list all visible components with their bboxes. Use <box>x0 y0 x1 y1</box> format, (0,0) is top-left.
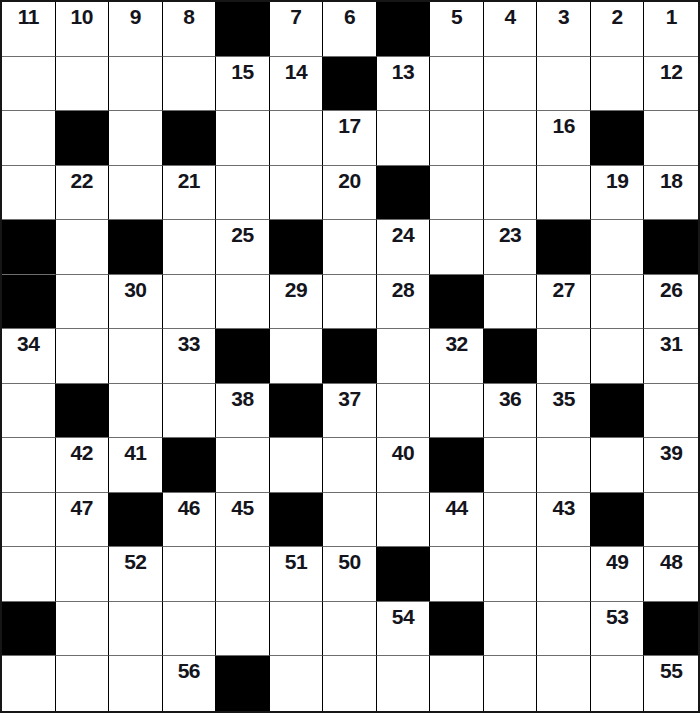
cell-r13-c1[interactable] <box>2 656 56 711</box>
cell-r6-c1-block <box>2 275 56 330</box>
cell-r3-c11[interactable]: 16 <box>537 111 591 166</box>
clue-number: 46 <box>178 493 200 518</box>
cell-r2-c2[interactable] <box>56 57 110 112</box>
cell-r12-c2[interactable] <box>56 602 110 657</box>
cell-r4-c4[interactable]: 21 <box>163 166 217 221</box>
cell-r10-c3-block <box>109 493 163 548</box>
clue-number: 15 <box>231 57 253 82</box>
cell-r12-c13-block <box>644 602 698 657</box>
cell-r5-c7[interactable] <box>323 220 377 275</box>
cell-r1-c6[interactable]: 7 <box>270 2 324 57</box>
cell-r9-c13[interactable]: 39 <box>644 438 698 493</box>
cell-r10-c2[interactable]: 47 <box>56 493 110 548</box>
cell-r1-c10[interactable]: 4 <box>484 2 538 57</box>
clue-number: 6 <box>344 2 355 27</box>
cell-r8-c1[interactable] <box>2 384 56 439</box>
cell-r12-c4[interactable] <box>163 602 217 657</box>
cell-r3-c10[interactable] <box>484 111 538 166</box>
cell-r12-c8[interactable]: 54 <box>377 602 431 657</box>
cell-r3-c3[interactable] <box>109 111 163 166</box>
cell-r13-c11[interactable] <box>537 656 591 711</box>
cell-r9-c9-block <box>430 438 484 493</box>
cell-r10-c11[interactable]: 43 <box>537 493 591 548</box>
clue-number: 20 <box>338 166 360 191</box>
cell-r6-c2[interactable] <box>56 275 110 330</box>
cell-r1-c2[interactable]: 10 <box>56 2 110 57</box>
cell-r9-c10[interactable] <box>484 438 538 493</box>
clue-number: 9 <box>130 2 141 27</box>
cell-r2-c5[interactable]: 15 <box>216 57 270 112</box>
clue-number: 14 <box>285 57 307 82</box>
clue-number: 54 <box>392 602 414 627</box>
clue-number: 41 <box>124 438 146 463</box>
cell-r4-c8-block <box>377 166 431 221</box>
clue-number: 40 <box>392 438 414 463</box>
cell-r9-c1[interactable] <box>2 438 56 493</box>
cell-r12-c12[interactable]: 53 <box>591 602 645 657</box>
cell-r11-c1[interactable] <box>2 547 56 602</box>
clue-number: 17 <box>338 111 360 136</box>
cell-r7-c3[interactable] <box>109 329 163 384</box>
cell-r2-c13[interactable]: 12 <box>644 57 698 112</box>
clue-number: 52 <box>124 547 146 572</box>
clue-number: 43 <box>552 493 574 518</box>
clue-number: 5 <box>451 2 462 27</box>
cell-r1-c12[interactable]: 2 <box>591 2 645 57</box>
clue-number: 2 <box>612 2 623 27</box>
cell-r10-c12-block <box>591 493 645 548</box>
clue-number: 42 <box>71 438 93 463</box>
cell-r4-c5[interactable] <box>216 166 270 221</box>
cell-r8-c8[interactable] <box>377 384 431 439</box>
cell-r10-c10[interactable] <box>484 493 538 548</box>
cell-r8-c13[interactable] <box>644 384 698 439</box>
cell-r13-c12[interactable] <box>591 656 645 711</box>
cell-r10-c13[interactable] <box>644 493 698 548</box>
clue-number: 38 <box>231 384 253 409</box>
cell-r11-c2[interactable] <box>56 547 110 602</box>
cell-r11-c7[interactable]: 50 <box>323 547 377 602</box>
cell-r12-c7[interactable] <box>323 602 377 657</box>
cell-r1-c7[interactable]: 6 <box>323 2 377 57</box>
cell-r12-c10[interactable] <box>484 602 538 657</box>
cell-r5-c2[interactable] <box>56 220 110 275</box>
cell-r13-c8[interactable] <box>377 656 431 711</box>
cell-r7-c2[interactable] <box>56 329 110 384</box>
clue-number: 36 <box>499 384 521 409</box>
cell-r2-c12[interactable] <box>591 57 645 112</box>
cell-r13-c13[interactable]: 55 <box>644 656 698 711</box>
cell-r11-c5[interactable] <box>216 547 270 602</box>
clue-number: 32 <box>445 329 467 354</box>
clue-number: 50 <box>338 547 360 572</box>
cell-r6-c3[interactable]: 30 <box>109 275 163 330</box>
cell-r12-c5[interactable] <box>216 602 270 657</box>
cell-r12-c11[interactable] <box>537 602 591 657</box>
clue-number: 26 <box>660 275 682 300</box>
cell-r3-c7[interactable]: 17 <box>323 111 377 166</box>
cell-r11-c9[interactable] <box>430 547 484 602</box>
clue-number: 19 <box>606 166 628 191</box>
clue-number: 21 <box>178 166 200 191</box>
cell-r11-c13[interactable]: 48 <box>644 547 698 602</box>
clue-number: 29 <box>285 275 307 300</box>
cell-r7-c12[interactable] <box>591 329 645 384</box>
cell-r11-c10[interactable] <box>484 547 538 602</box>
clue-number: 30 <box>124 275 146 300</box>
cell-r3-c4-block <box>163 111 217 166</box>
cell-r12-c6[interactable] <box>270 602 324 657</box>
cell-r9-c2[interactable]: 42 <box>56 438 110 493</box>
cell-r9-c4-block <box>163 438 217 493</box>
cell-r8-c9[interactable] <box>430 384 484 439</box>
cell-r8-c6-block <box>270 384 324 439</box>
cell-r7-c9[interactable]: 32 <box>430 329 484 384</box>
cell-r1-c11[interactable]: 3 <box>537 2 591 57</box>
clue-number: 11 <box>18 2 39 27</box>
cell-r6-c5[interactable] <box>216 275 270 330</box>
cell-r9-c11[interactable] <box>537 438 591 493</box>
cell-r5-c5[interactable]: 25 <box>216 220 270 275</box>
clue-number: 4 <box>505 2 516 27</box>
cell-r6-c4[interactable] <box>163 275 217 330</box>
cell-r2-c11[interactable] <box>537 57 591 112</box>
cell-r7-c13[interactable]: 31 <box>644 329 698 384</box>
clue-number: 48 <box>660 547 682 572</box>
clue-number: 10 <box>71 2 93 27</box>
cell-r7-c11[interactable] <box>537 329 591 384</box>
cell-r6-c13[interactable]: 26 <box>644 275 698 330</box>
clue-number: 56 <box>178 656 200 681</box>
clue-number: 3 <box>558 2 569 27</box>
cell-r4-c11[interactable] <box>537 166 591 221</box>
cell-r6-c9-block <box>430 275 484 330</box>
cell-r8-c11[interactable]: 35 <box>537 384 591 439</box>
cell-r10-c9[interactable]: 44 <box>430 493 484 548</box>
cell-r7-c4[interactable]: 33 <box>163 329 217 384</box>
clue-number: 33 <box>178 329 200 354</box>
cell-r2-c10[interactable] <box>484 57 538 112</box>
cell-r4-c13[interactable]: 18 <box>644 166 698 221</box>
cell-r5-c11-block <box>537 220 591 275</box>
cell-r7-c1[interactable]: 34 <box>2 329 56 384</box>
cell-r5-c1-block <box>2 220 56 275</box>
cell-r3-c6[interactable] <box>270 111 324 166</box>
cell-r9-c8[interactable]: 40 <box>377 438 431 493</box>
cell-r3-c9[interactable] <box>430 111 484 166</box>
cell-r1-c8-block <box>377 2 431 57</box>
clue-number: 37 <box>338 384 360 409</box>
clue-number: 31 <box>660 329 682 354</box>
clue-number: 23 <box>499 220 521 245</box>
cell-r10-c5[interactable]: 45 <box>216 493 270 548</box>
clue-number: 51 <box>285 547 307 572</box>
cell-r4-c10[interactable] <box>484 166 538 221</box>
cell-r10-c6-block <box>270 493 324 548</box>
cell-r10-c7[interactable] <box>323 493 377 548</box>
cell-r4-c1[interactable] <box>2 166 56 221</box>
cell-r11-c6[interactable]: 51 <box>270 547 324 602</box>
cell-r6-c12[interactable] <box>591 275 645 330</box>
clue-number: 1 <box>666 2 677 27</box>
cell-r4-c7[interactable]: 20 <box>323 166 377 221</box>
clue-number: 22 <box>71 166 93 191</box>
cell-r10-c1[interactable] <box>2 493 56 548</box>
cell-r3-c1[interactable] <box>2 111 56 166</box>
clue-number: 12 <box>660 57 682 82</box>
cell-r2-c1[interactable] <box>2 57 56 112</box>
cell-r5-c13-block <box>644 220 698 275</box>
cell-r7-c8[interactable] <box>377 329 431 384</box>
cell-r12-c1-block <box>2 602 56 657</box>
cell-r2-c8[interactable]: 13 <box>377 57 431 112</box>
cell-r1-c13[interactable]: 1 <box>644 2 698 57</box>
cell-r4-c6[interactable] <box>270 166 324 221</box>
cell-r7-c7-block <box>323 329 377 384</box>
cell-r13-c6[interactable] <box>270 656 324 711</box>
clue-number: 35 <box>552 384 574 409</box>
cell-r13-c5-block <box>216 656 270 711</box>
cell-r6-c6[interactable]: 29 <box>270 275 324 330</box>
clue-number: 53 <box>606 602 628 627</box>
cell-r8-c2-block <box>56 384 110 439</box>
cell-r9-c6[interactable] <box>270 438 324 493</box>
clue-number: 18 <box>660 166 682 191</box>
cell-r2-c4[interactable] <box>163 57 217 112</box>
cell-r13-c7[interactable] <box>323 656 377 711</box>
cell-r8-c3[interactable] <box>109 384 163 439</box>
cell-r6-c8[interactable]: 28 <box>377 275 431 330</box>
cell-r7-c5-block <box>216 329 270 384</box>
cell-r10-c4[interactable]: 46 <box>163 493 217 548</box>
cell-r6-c7[interactable] <box>323 275 377 330</box>
cell-r5-c6-block <box>270 220 324 275</box>
cell-r1-c1[interactable]: 11 <box>2 2 56 57</box>
cell-r11-c4[interactable] <box>163 547 217 602</box>
cell-r2-c7-block <box>323 57 377 112</box>
cell-r3-c8[interactable] <box>377 111 431 166</box>
cell-r11-c11[interactable] <box>537 547 591 602</box>
clue-number: 28 <box>392 275 414 300</box>
clue-number: 34 <box>17 329 39 354</box>
cell-r9-c7[interactable] <box>323 438 377 493</box>
cell-r13-c10[interactable] <box>484 656 538 711</box>
cell-r4-c3[interactable] <box>109 166 163 221</box>
cell-r9-c3[interactable]: 41 <box>109 438 163 493</box>
cell-r2-c9[interactable] <box>430 57 484 112</box>
cell-r13-c2[interactable] <box>56 656 110 711</box>
clue-number: 45 <box>231 493 253 518</box>
clue-number: 16 <box>552 111 574 136</box>
clue-number: 27 <box>552 275 574 300</box>
cell-r1-c4[interactable]: 8 <box>163 2 217 57</box>
cell-r5-c8[interactable]: 24 <box>377 220 431 275</box>
cell-r5-c4[interactable] <box>163 220 217 275</box>
clue-number: 55 <box>660 656 682 681</box>
cell-r10-c8[interactable] <box>377 493 431 548</box>
cell-r8-c7[interactable]: 37 <box>323 384 377 439</box>
cell-r2-c3[interactable] <box>109 57 163 112</box>
cell-r3-c13[interactable] <box>644 111 698 166</box>
cell-r1-c3[interactable]: 9 <box>109 2 163 57</box>
clue-number: 24 <box>392 220 414 245</box>
cell-r4-c12[interactable]: 19 <box>591 166 645 221</box>
cell-r1-c5-block <box>216 2 270 57</box>
cell-r3-c2-block <box>56 111 110 166</box>
cell-r6-c11[interactable]: 27 <box>537 275 591 330</box>
cell-r9-c12[interactable] <box>591 438 645 493</box>
crossword-board: 1110987654321151413121716222120191825242… <box>0 0 700 713</box>
cell-r5-c3-block <box>109 220 163 275</box>
clue-number: 8 <box>183 2 194 27</box>
cell-r4-c2[interactable]: 22 <box>56 166 110 221</box>
cell-r8-c5[interactable]: 38 <box>216 384 270 439</box>
cell-r5-c9[interactable] <box>430 220 484 275</box>
cell-r8-c12-block <box>591 384 645 439</box>
cell-r1-c9[interactable]: 5 <box>430 2 484 57</box>
cell-r7-c6[interactable] <box>270 329 324 384</box>
cell-r8-c4[interactable] <box>163 384 217 439</box>
clue-number: 49 <box>606 547 628 572</box>
cell-r2-c6[interactable]: 14 <box>270 57 324 112</box>
cell-r7-c10-block <box>484 329 538 384</box>
cell-r13-c9[interactable] <box>430 656 484 711</box>
cell-r13-c3[interactable] <box>109 656 163 711</box>
cell-r11-c12[interactable]: 49 <box>591 547 645 602</box>
cell-r5-c10[interactable]: 23 <box>484 220 538 275</box>
cell-r6-c10[interactable] <box>484 275 538 330</box>
cell-r5-c12[interactable] <box>591 220 645 275</box>
cell-r12-c3[interactable] <box>109 602 163 657</box>
cell-r4-c9[interactable] <box>430 166 484 221</box>
clue-number: 39 <box>660 438 682 463</box>
cell-r13-c4[interactable]: 56 <box>163 656 217 711</box>
cell-r8-c10[interactable]: 36 <box>484 384 538 439</box>
clue-number: 44 <box>445 493 467 518</box>
clue-number: 25 <box>231 220 253 245</box>
cell-r11-c8-block <box>377 547 431 602</box>
cell-r3-c12-block <box>591 111 645 166</box>
cell-r9-c5[interactable] <box>216 438 270 493</box>
clue-number: 13 <box>392 57 414 82</box>
cell-r12-c9-block <box>430 602 484 657</box>
cell-r11-c3[interactable]: 52 <box>109 547 163 602</box>
cell-r3-c5[interactable] <box>216 111 270 166</box>
clue-number: 47 <box>71 493 93 518</box>
clue-number: 7 <box>290 2 301 27</box>
